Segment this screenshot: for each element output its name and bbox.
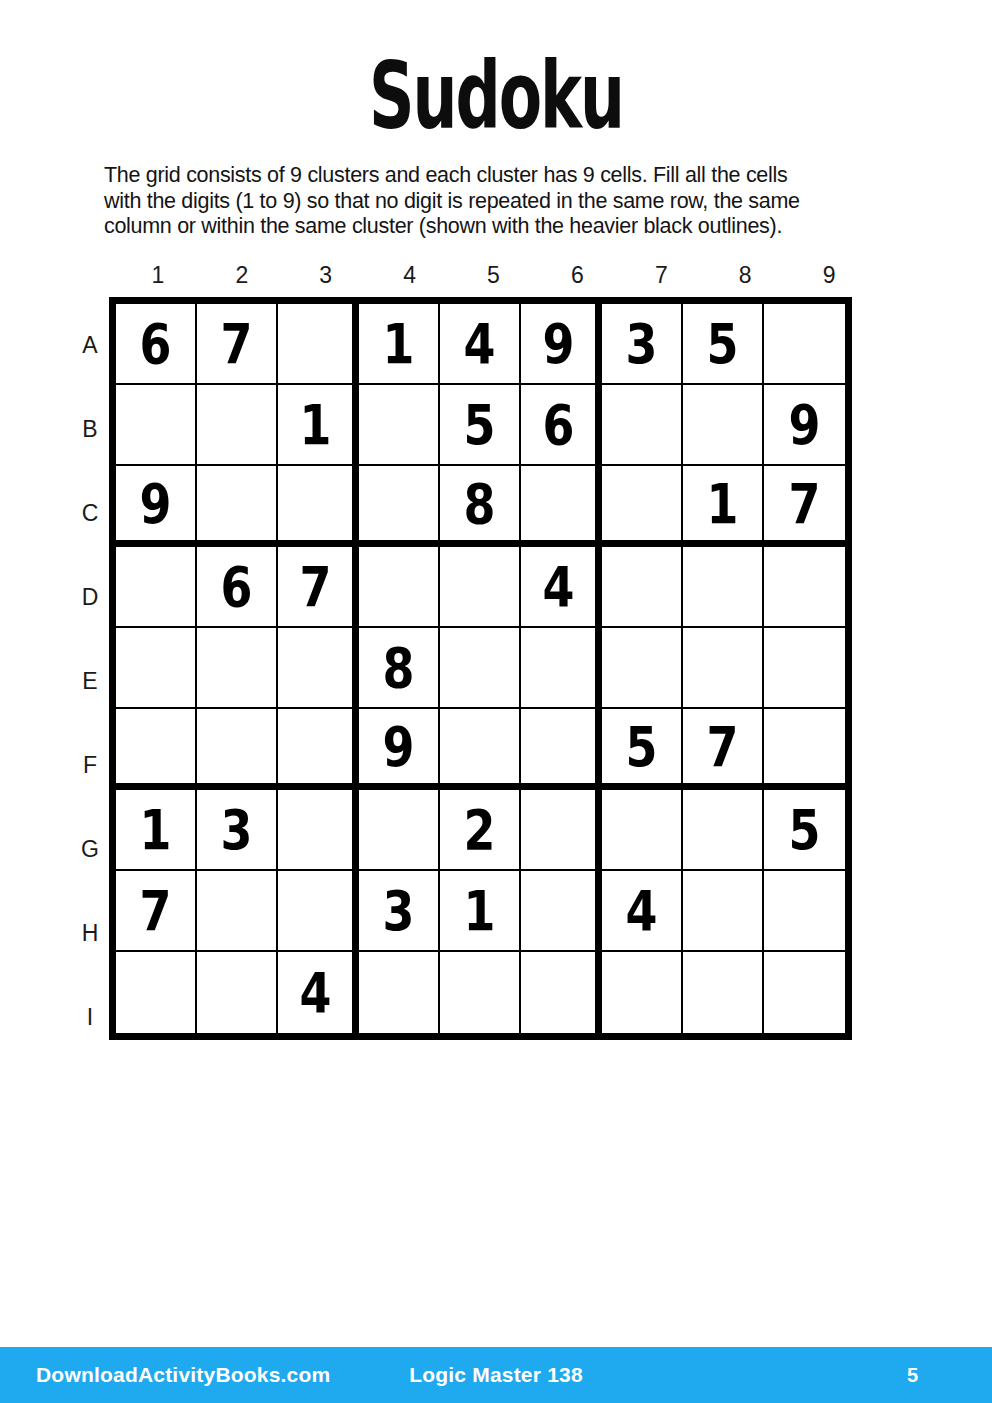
cell-A2: 7 bbox=[197, 304, 278, 385]
cell-H5: 1 bbox=[440, 871, 521, 952]
col-label-7: 7 bbox=[619, 262, 703, 290]
cell-A9[interactable] bbox=[764, 304, 845, 385]
given-digit: 7 bbox=[299, 554, 331, 619]
given-digit: 7 bbox=[221, 311, 253, 376]
cell-F1[interactable] bbox=[116, 709, 197, 790]
row-label-A: A bbox=[74, 304, 106, 388]
given-digit: 1 bbox=[140, 797, 172, 862]
cell-I4[interactable] bbox=[359, 952, 440, 1033]
cell-D7[interactable] bbox=[602, 547, 683, 628]
col-label-5: 5 bbox=[452, 262, 536, 290]
cell-I3: 4 bbox=[278, 952, 359, 1033]
cell-A4: 1 bbox=[359, 304, 440, 385]
cell-C5: 8 bbox=[440, 466, 521, 547]
cell-I7[interactable] bbox=[602, 952, 683, 1033]
footer-bar: DownloadActivityBooks.com Logic Master 1… bbox=[0, 1347, 992, 1403]
cell-E9[interactable] bbox=[764, 628, 845, 709]
cell-B1[interactable] bbox=[116, 385, 197, 466]
sudoku-board: 6714935156998176748957132573144 bbox=[109, 297, 852, 1040]
cell-G3[interactable] bbox=[278, 790, 359, 871]
cell-H4: 3 bbox=[359, 871, 440, 952]
row-label-E: E bbox=[74, 640, 106, 724]
cell-C6[interactable] bbox=[521, 466, 602, 547]
cell-A3[interactable] bbox=[278, 304, 359, 385]
cell-B3: 1 bbox=[278, 385, 359, 466]
cell-E7[interactable] bbox=[602, 628, 683, 709]
cell-C2[interactable] bbox=[197, 466, 278, 547]
col-label-9: 9 bbox=[787, 262, 871, 290]
given-digit: 5 bbox=[789, 797, 821, 862]
given-digit: 1 bbox=[383, 311, 415, 376]
cell-I2[interactable] bbox=[197, 952, 278, 1033]
cell-G1: 1 bbox=[116, 790, 197, 871]
cell-G8[interactable] bbox=[683, 790, 764, 871]
cell-B7[interactable] bbox=[602, 385, 683, 466]
cell-I1[interactable] bbox=[116, 952, 197, 1033]
cell-F2[interactable] bbox=[197, 709, 278, 790]
given-digit: 4 bbox=[299, 960, 331, 1025]
cell-B4[interactable] bbox=[359, 385, 440, 466]
cell-H1: 7 bbox=[116, 871, 197, 952]
row-label-H: H bbox=[74, 891, 106, 975]
row-labels: ABCDEFGHI bbox=[74, 304, 106, 1059]
footer-book-title: Logic Master 138 bbox=[0, 1363, 992, 1387]
instructions-line-1: The grid consists of 9 clusters and each… bbox=[104, 163, 800, 189]
cell-I5[interactable] bbox=[440, 952, 521, 1033]
given-digit: 7 bbox=[140, 878, 172, 943]
given-digit: 9 bbox=[542, 311, 574, 376]
page-title: Sudoku bbox=[159, 48, 834, 146]
given-digit: 7 bbox=[789, 471, 821, 536]
cell-A1: 6 bbox=[116, 304, 197, 385]
cell-F8: 7 bbox=[683, 709, 764, 790]
given-digit: 6 bbox=[221, 554, 253, 619]
given-digit: 4 bbox=[464, 311, 496, 376]
cell-C7[interactable] bbox=[602, 466, 683, 547]
col-label-1: 1 bbox=[116, 262, 200, 290]
footer-page-number: 5 bbox=[907, 1364, 918, 1387]
cell-D9[interactable] bbox=[764, 547, 845, 628]
given-digit: 3 bbox=[383, 878, 415, 943]
cell-B6: 6 bbox=[521, 385, 602, 466]
cell-D4[interactable] bbox=[359, 547, 440, 628]
cell-F9[interactable] bbox=[764, 709, 845, 790]
cell-B2[interactable] bbox=[197, 385, 278, 466]
cell-A7: 3 bbox=[602, 304, 683, 385]
given-digit: 5 bbox=[464, 392, 496, 457]
given-digit: 1 bbox=[707, 471, 739, 536]
cell-D3: 7 bbox=[278, 547, 359, 628]
given-digit: 6 bbox=[140, 311, 172, 376]
cell-C3[interactable] bbox=[278, 466, 359, 547]
cell-I6[interactable] bbox=[521, 952, 602, 1033]
cell-D1[interactable] bbox=[116, 547, 197, 628]
cell-H9[interactable] bbox=[764, 871, 845, 952]
given-digit: 4 bbox=[542, 554, 574, 619]
cell-I9[interactable] bbox=[764, 952, 845, 1033]
given-digit: 6 bbox=[542, 392, 574, 457]
cell-H3[interactable] bbox=[278, 871, 359, 952]
cell-E4: 8 bbox=[359, 628, 440, 709]
cell-C4[interactable] bbox=[359, 466, 440, 547]
cell-C8: 1 bbox=[683, 466, 764, 547]
cell-F4: 9 bbox=[359, 709, 440, 790]
cell-H8[interactable] bbox=[683, 871, 764, 952]
cell-H2[interactable] bbox=[197, 871, 278, 952]
cell-G2: 3 bbox=[197, 790, 278, 871]
given-digit: 4 bbox=[626, 878, 658, 943]
cell-I8[interactable] bbox=[683, 952, 764, 1033]
cell-B5: 5 bbox=[440, 385, 521, 466]
row-label-G: G bbox=[74, 807, 106, 891]
given-digit: 7 bbox=[707, 714, 739, 779]
cell-E1[interactable] bbox=[116, 628, 197, 709]
cell-E2[interactable] bbox=[197, 628, 278, 709]
given-digit: 3 bbox=[221, 797, 253, 862]
cell-D6: 4 bbox=[521, 547, 602, 628]
col-label-4: 4 bbox=[368, 262, 452, 290]
cell-A5: 4 bbox=[440, 304, 521, 385]
cell-B8[interactable] bbox=[683, 385, 764, 466]
cell-G6[interactable] bbox=[521, 790, 602, 871]
cell-D2: 6 bbox=[197, 547, 278, 628]
given-digit: 5 bbox=[707, 311, 739, 376]
cell-G7[interactable] bbox=[602, 790, 683, 871]
cell-H6[interactable] bbox=[521, 871, 602, 952]
cell-D8[interactable] bbox=[683, 547, 764, 628]
row-label-C: C bbox=[74, 472, 106, 556]
row-label-B: B bbox=[74, 388, 106, 472]
cell-C1: 9 bbox=[116, 466, 197, 547]
given-digit: 9 bbox=[140, 471, 172, 536]
cell-E5[interactable] bbox=[440, 628, 521, 709]
col-label-6: 6 bbox=[535, 262, 619, 290]
cell-E8[interactable] bbox=[683, 628, 764, 709]
instructions: The grid consists of 9 clusters and each… bbox=[104, 163, 800, 240]
row-label-F: F bbox=[74, 723, 106, 807]
row-label-D: D bbox=[74, 556, 106, 640]
cell-F6[interactable] bbox=[521, 709, 602, 790]
given-digit: 2 bbox=[464, 797, 496, 862]
col-label-3: 3 bbox=[284, 262, 368, 290]
given-digit: 5 bbox=[626, 714, 658, 779]
given-digit: 3 bbox=[626, 311, 658, 376]
col-label-8: 8 bbox=[703, 262, 787, 290]
cell-F7: 5 bbox=[602, 709, 683, 790]
cell-E6[interactable] bbox=[521, 628, 602, 709]
cell-D5[interactable] bbox=[440, 547, 521, 628]
cell-G9: 5 bbox=[764, 790, 845, 871]
instructions-line-3: column or within the same cluster (shown… bbox=[104, 214, 800, 240]
cell-A6: 9 bbox=[521, 304, 602, 385]
given-digit: 8 bbox=[383, 635, 415, 700]
cell-A8: 5 bbox=[683, 304, 764, 385]
row-label-I: I bbox=[74, 975, 106, 1059]
cell-B9: 9 bbox=[764, 385, 845, 466]
cell-H7: 4 bbox=[602, 871, 683, 952]
given-digit: 9 bbox=[789, 392, 821, 457]
given-digit: 1 bbox=[464, 878, 496, 943]
column-labels: 123456789 bbox=[116, 262, 871, 290]
col-label-2: 2 bbox=[200, 262, 284, 290]
cell-G4[interactable] bbox=[359, 790, 440, 871]
cell-C9: 7 bbox=[764, 466, 845, 547]
given-digit: 9 bbox=[383, 714, 415, 779]
cell-F5[interactable] bbox=[440, 709, 521, 790]
cell-E3[interactable] bbox=[278, 628, 359, 709]
given-digit: 1 bbox=[299, 392, 331, 457]
instructions-line-2: with the digits (1 to 9) so that no digi… bbox=[104, 189, 800, 215]
given-digit: 8 bbox=[464, 471, 496, 536]
cell-F3[interactable] bbox=[278, 709, 359, 790]
cell-G5: 2 bbox=[440, 790, 521, 871]
